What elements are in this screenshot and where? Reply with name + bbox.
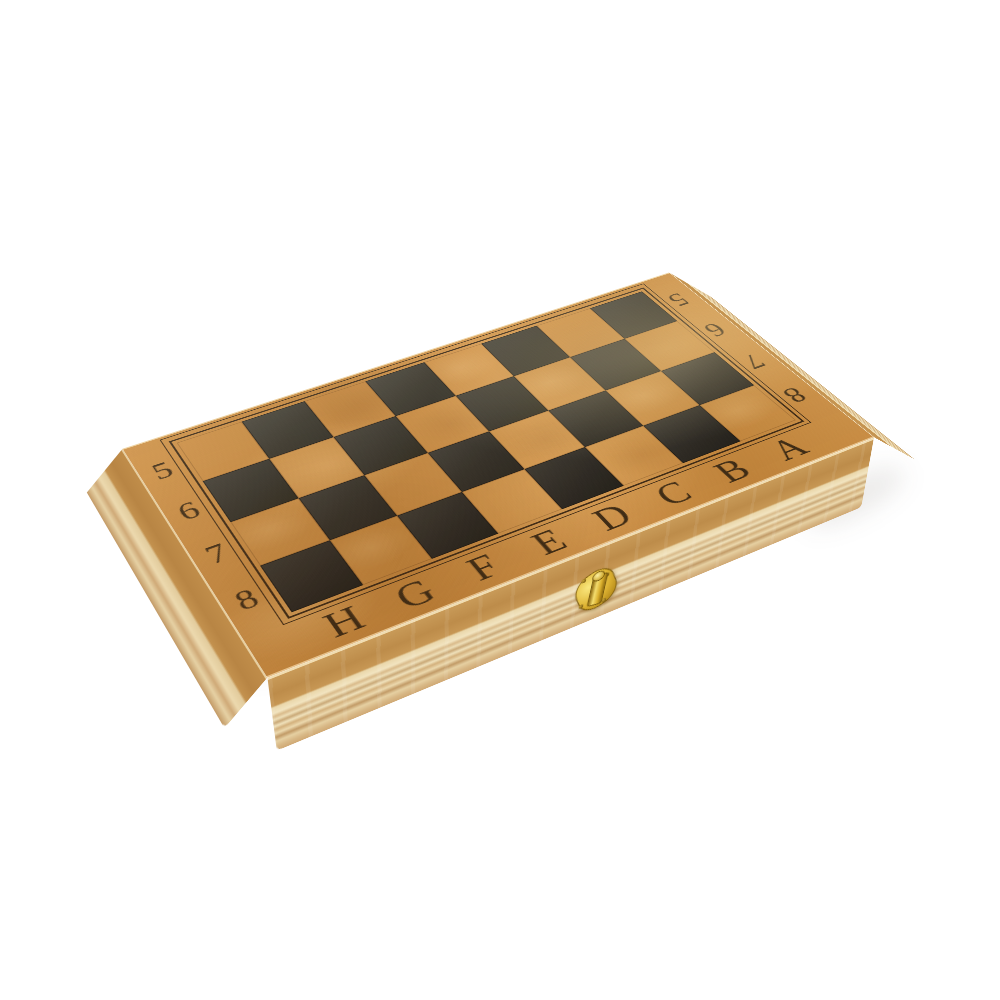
rank-label: 6 (173, 497, 205, 524)
rank-label: 7 (737, 351, 771, 373)
rank-label: 5 (663, 290, 694, 309)
square-f7 (364, 453, 462, 516)
square-f8 (397, 492, 498, 559)
rank-label: 5 (147, 458, 178, 484)
scene: 5678 5678 HGFEDCBA (170, 263, 830, 623)
rank-label: 8 (777, 384, 812, 407)
file-label: B (707, 454, 758, 488)
file-label: D (586, 499, 640, 536)
file-label: C (648, 476, 699, 511)
square-g8 (330, 516, 432, 585)
rank-label: 8 (229, 584, 264, 615)
square-h8 (260, 540, 363, 612)
square-d8 (525, 447, 624, 509)
square-h7 (230, 498, 329, 566)
square-g7 (299, 475, 397, 540)
square-h6 (203, 459, 299, 522)
rank-label: 7 (200, 539, 233, 568)
file-label: A (763, 432, 816, 466)
file-label: E (525, 524, 575, 561)
folded-chess-box: 5678 5678 HGFEDCBA (123, 272, 875, 677)
file-label: H (317, 600, 372, 643)
file-label: G (388, 574, 442, 616)
square-e8 (462, 469, 562, 533)
product-photo-background: 5678 5678 HGFEDCBA (0, 0, 1000, 1000)
rank-label: 6 (699, 320, 732, 340)
file-label: F (460, 549, 507, 586)
gold-clasp-latch (569, 558, 621, 622)
square-g6 (269, 437, 364, 498)
